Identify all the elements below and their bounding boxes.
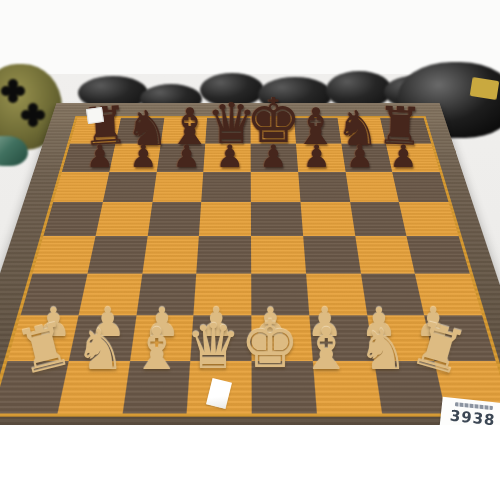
dark-pawn-c7[interactable]: ♟: [173, 141, 201, 172]
light-knight-b1[interactable]: ♞: [75, 322, 125, 378]
light-knight-g1[interactable]: ♞: [358, 322, 408, 378]
square-c6[interactable]: [152, 172, 204, 203]
square-h4[interactable]: [407, 236, 470, 273]
square-b6[interactable]: [103, 172, 157, 203]
square-h5[interactable]: [399, 202, 458, 236]
square-g4[interactable]: [355, 236, 415, 273]
square-f6[interactable]: [298, 172, 350, 203]
square-d4[interactable]: [197, 236, 252, 273]
dark-pawn-e7[interactable]: ♟: [259, 141, 287, 172]
quatrefoil-motif: [28, 110, 38, 120]
square-f5[interactable]: [300, 202, 355, 236]
square-h6[interactable]: [392, 172, 448, 203]
white-foreground-strip: [0, 425, 500, 500]
square-d6[interactable]: [201, 172, 250, 203]
dark-pawn-f7[interactable]: ♟: [303, 141, 331, 172]
light-bishop-f1[interactable]: ♝: [300, 320, 352, 378]
dark-pawn-h7[interactable]: ♟: [389, 141, 417, 172]
dark-pawn-d7[interactable]: ♟: [216, 141, 244, 172]
square-g6[interactable]: [345, 172, 399, 203]
background-wall: [0, 0, 500, 74]
square-e4[interactable]: [251, 236, 306, 273]
dark-pawn-b7[interactable]: ♟: [129, 141, 157, 172]
dark-pawn-a7[interactable]: ♟: [86, 141, 114, 172]
square-c4[interactable]: [142, 236, 199, 273]
square-e5[interactable]: [251, 202, 303, 236]
light-bishop-c1[interactable]: ♝: [131, 320, 183, 378]
square-c5[interactable]: [147, 202, 201, 236]
square-d5[interactable]: [199, 202, 251, 236]
white-sticker: [86, 107, 104, 124]
pot-gold-label: [470, 77, 500, 100]
square-a5[interactable]: [43, 202, 102, 236]
dark-pawn-g7[interactable]: ♟: [346, 141, 374, 172]
square-g5[interactable]: [350, 202, 407, 236]
light-king-e1[interactable]: ♚: [240, 312, 299, 378]
light-queen-d1[interactable]: ♛: [185, 316, 241, 378]
square-a4[interactable]: [33, 236, 96, 273]
square-b5[interactable]: [95, 202, 152, 236]
square-f4[interactable]: [303, 236, 361, 273]
square-b4[interactable]: [87, 236, 147, 273]
square-e6[interactable]: [251, 172, 301, 203]
square-a6[interactable]: [53, 172, 109, 203]
quatrefoil-motif: [8, 86, 18, 96]
